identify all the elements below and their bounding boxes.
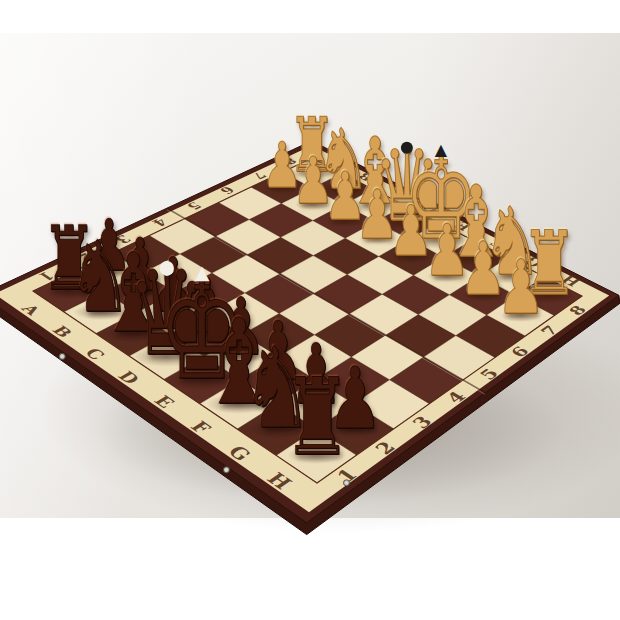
chess-set-photo: AABBCCDDEEFFGGHH1122334455667788 ♜♟♞♟♝♟♛… <box>0 0 620 620</box>
hinge-screw-2 <box>223 467 229 473</box>
hinge-screw-1 <box>59 353 65 359</box>
chess-board: AABBCCDDEEFFGGHH1122334455667788 <box>0 0 620 620</box>
hinge-screw-3 <box>343 480 349 486</box>
